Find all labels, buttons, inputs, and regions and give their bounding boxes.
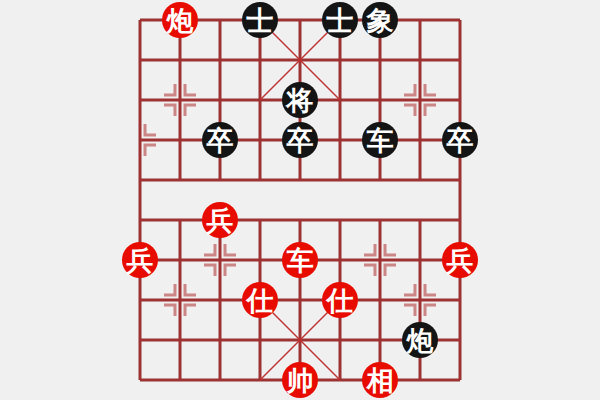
red-advisor[interactable]: 仕 xyxy=(242,282,278,318)
black-general[interactable]: 将 xyxy=(282,82,318,118)
red-pawn[interactable]: 兵 xyxy=(122,242,158,278)
red-chariot[interactable]: 车 xyxy=(282,242,318,278)
red-elephant[interactable]: 相 xyxy=(362,362,398,398)
red-cannon[interactable]: 炮 xyxy=(162,2,198,38)
xiangqi-board: 炮士士象将卒卒车卒兵兵车兵仕仕炮帅相 xyxy=(0,0,600,400)
black-advisor[interactable]: 士 xyxy=(322,2,358,38)
black-cannon[interactable]: 炮 xyxy=(402,322,438,358)
black-pawn[interactable]: 卒 xyxy=(442,122,478,158)
red-advisor[interactable]: 仕 xyxy=(322,282,358,318)
black-chariot[interactable]: 车 xyxy=(362,122,398,158)
black-pawn[interactable]: 卒 xyxy=(282,122,318,158)
black-pawn[interactable]: 卒 xyxy=(202,122,238,158)
red-general[interactable]: 帅 xyxy=(282,362,318,398)
black-elephant[interactable]: 象 xyxy=(362,2,398,38)
red-pawn[interactable]: 兵 xyxy=(202,202,238,238)
board-grid xyxy=(0,0,600,400)
red-pawn[interactable]: 兵 xyxy=(442,242,478,278)
black-advisor[interactable]: 士 xyxy=(242,2,278,38)
